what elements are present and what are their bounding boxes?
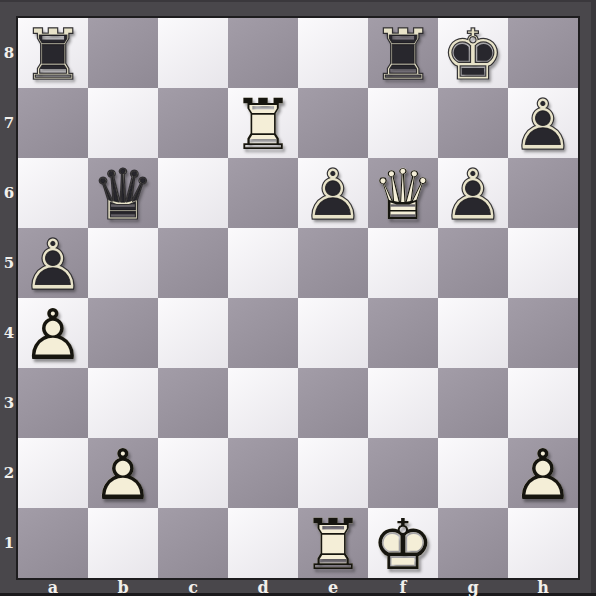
square-d4[interactable] [228, 298, 298, 368]
rank-label-1: 1 [0, 508, 18, 578]
square-g1[interactable] [438, 508, 508, 578]
square-g7[interactable] [438, 88, 508, 158]
rank-label-7: 7 [0, 88, 18, 158]
white-rook-glyph-outline: ♖ [228, 90, 298, 160]
rank-label-8: 8 [0, 18, 18, 88]
square-e1[interactable]: ♜♖ [298, 508, 368, 578]
square-a8[interactable]: ♜♖ [18, 18, 88, 88]
file-label-a: a [18, 578, 88, 596]
square-e3[interactable] [298, 368, 368, 438]
square-h5[interactable] [508, 228, 578, 298]
square-c6[interactable] [158, 158, 228, 228]
file-label-e: e [298, 578, 368, 596]
square-h3[interactable] [508, 368, 578, 438]
square-g3[interactable] [438, 368, 508, 438]
square-h2[interactable]: ♟♙ [508, 438, 578, 508]
square-c4[interactable] [158, 298, 228, 368]
square-e2[interactable] [298, 438, 368, 508]
square-c1[interactable] [158, 508, 228, 578]
square-f1[interactable]: ♚♔ [368, 508, 438, 578]
file-label-d: d [228, 578, 298, 596]
square-a5[interactable]: ♟♙ [18, 228, 88, 298]
rank-label-2: 2 [0, 438, 18, 508]
square-a7[interactable] [18, 88, 88, 158]
square-c2[interactable] [158, 438, 228, 508]
piece-black-rook-f8[interactable]: ♜♖ [368, 18, 438, 88]
black-pawn-glyph-outline: ♙ [508, 90, 578, 160]
black-rook-glyph-outline: ♖ [18, 20, 88, 90]
square-h4[interactable] [508, 298, 578, 368]
piece-white-pawn-b2[interactable]: ♟♙ [88, 438, 158, 508]
square-e6[interactable]: ♟♙ [298, 158, 368, 228]
piece-white-queen-f6[interactable]: ♛♕ [368, 158, 438, 228]
file-label-g: g [438, 578, 508, 596]
square-b6[interactable]: ♛♕ [88, 158, 158, 228]
square-f7[interactable] [368, 88, 438, 158]
square-c7[interactable] [158, 88, 228, 158]
black-rook-glyph-outline: ♖ [368, 20, 438, 90]
frame-edge-top [0, 0, 596, 2]
piece-white-pawn-h2[interactable]: ♟♙ [508, 438, 578, 508]
square-a4[interactable]: ♟♙ [18, 298, 88, 368]
square-a6[interactable] [18, 158, 88, 228]
black-pawn-glyph-outline: ♙ [298, 160, 368, 230]
square-e4[interactable] [298, 298, 368, 368]
piece-black-rook-a8[interactable]: ♜♖ [18, 18, 88, 88]
file-label-h: h [508, 578, 578, 596]
square-a3[interactable] [18, 368, 88, 438]
square-f6[interactable]: ♛♕ [368, 158, 438, 228]
black-pawn-glyph-outline: ♙ [438, 160, 508, 230]
black-pawn-glyph-outline: ♙ [18, 230, 88, 300]
square-b5[interactable] [88, 228, 158, 298]
white-pawn-glyph-outline: ♙ [88, 440, 158, 510]
white-rook-glyph-outline: ♖ [298, 510, 368, 580]
square-f2[interactable] [368, 438, 438, 508]
square-b4[interactable] [88, 298, 158, 368]
square-b8[interactable] [88, 18, 158, 88]
square-g2[interactable] [438, 438, 508, 508]
file-label-f: f [368, 578, 438, 596]
black-queen-glyph-outline: ♕ [88, 160, 158, 230]
piece-white-king-f1[interactable]: ♚♔ [368, 508, 438, 578]
square-e8[interactable] [298, 18, 368, 88]
square-b1[interactable] [88, 508, 158, 578]
piece-black-pawn-h7[interactable]: ♟♙ [508, 88, 578, 158]
rank-label-6: 6 [0, 158, 18, 228]
piece-white-rook-d7[interactable]: ♜♖ [228, 88, 298, 158]
square-f5[interactable] [368, 228, 438, 298]
square-d2[interactable] [228, 438, 298, 508]
square-a2[interactable] [18, 438, 88, 508]
square-e5[interactable] [298, 228, 368, 298]
white-pawn-glyph-outline: ♙ [508, 440, 578, 510]
square-h1[interactable] [508, 508, 578, 578]
piece-black-king-g8[interactable]: ♚♔ [438, 18, 508, 88]
piece-black-pawn-e6[interactable]: ♟♙ [298, 158, 368, 228]
white-queen-glyph-outline: ♕ [368, 160, 438, 230]
square-f8[interactable]: ♜♖ [368, 18, 438, 88]
square-e7[interactable] [298, 88, 368, 158]
white-king-glyph-outline: ♔ [368, 510, 438, 580]
square-g4[interactable] [438, 298, 508, 368]
square-c8[interactable] [158, 18, 228, 88]
square-h6[interactable] [508, 158, 578, 228]
square-g5[interactable] [438, 228, 508, 298]
square-d7[interactable]: ♜♖ [228, 88, 298, 158]
file-label-c: c [158, 578, 228, 596]
square-h7[interactable]: ♟♙ [508, 88, 578, 158]
square-d6[interactable] [228, 158, 298, 228]
square-c5[interactable] [158, 228, 228, 298]
square-g6[interactable]: ♟♙ [438, 158, 508, 228]
frame-edge-right [591, 0, 596, 596]
chess-board-widget: ♜♖♜♖♚♔♜♖♟♙♛♕♟♙♛♕♟♙♟♙♟♙♟♙♟♙♜♖♚♔ 87654321a… [0, 0, 596, 596]
square-d1[interactable] [228, 508, 298, 578]
square-h8[interactable] [508, 18, 578, 88]
piece-white-pawn-a4[interactable]: ♟♙ [18, 298, 88, 368]
square-d3[interactable] [228, 368, 298, 438]
square-b7[interactable] [88, 88, 158, 158]
square-d8[interactable] [228, 18, 298, 88]
rank-label-5: 5 [0, 228, 18, 298]
piece-black-pawn-a5[interactable]: ♟♙ [18, 228, 88, 298]
rank-label-3: 3 [0, 368, 18, 438]
piece-black-queen-b6[interactable]: ♛♕ [88, 158, 158, 228]
square-f3[interactable] [368, 368, 438, 438]
rank-label-4: 4 [0, 298, 18, 368]
white-pawn-glyph-outline: ♙ [18, 300, 88, 370]
square-a1[interactable] [18, 508, 88, 578]
square-b2[interactable]: ♟♙ [88, 438, 158, 508]
chess-board: ♜♖♜♖♚♔♜♖♟♙♛♕♟♙♛♕♟♙♟♙♟♙♟♙♟♙♜♖♚♔ [18, 18, 578, 578]
black-king-glyph-outline: ♔ [438, 20, 508, 90]
square-g8[interactable]: ♚♔ [438, 18, 508, 88]
square-c3[interactable] [158, 368, 228, 438]
square-b3[interactable] [88, 368, 158, 438]
square-d5[interactable] [228, 228, 298, 298]
file-label-b: b [88, 578, 158, 596]
square-f4[interactable] [368, 298, 438, 368]
piece-white-rook-e1[interactable]: ♜♖ [298, 508, 368, 578]
piece-black-pawn-g6[interactable]: ♟♙ [438, 158, 508, 228]
